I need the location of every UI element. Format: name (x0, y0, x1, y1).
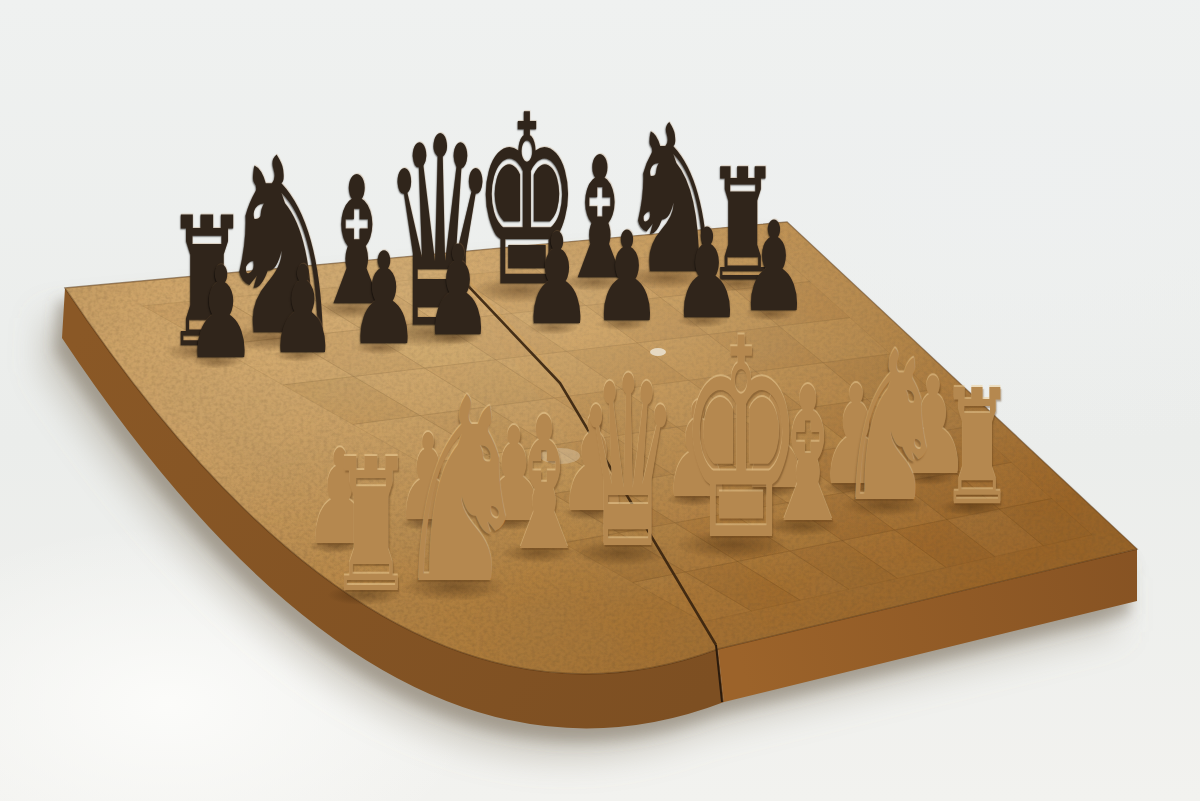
photo-scene: ♞♝♜♚♝♟♟♟♟♛♟♞♟♜♟♟♟♟♟♟♞♜♟♟♟♝♚♟♝♛♞♜ (0, 0, 1200, 801)
chess-board (0, 0, 1200, 801)
